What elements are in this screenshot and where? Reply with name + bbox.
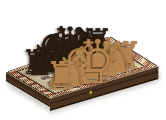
- chess-set-photo: ♜♞♝♛♚♝♞♜♟♟♟♟♟♟♟♟♟♟♟♟♟♟♟♟♜♞♝♛♚♝♞♜: [0, 0, 166, 120]
- brass-latch-pin: [89, 91, 92, 95]
